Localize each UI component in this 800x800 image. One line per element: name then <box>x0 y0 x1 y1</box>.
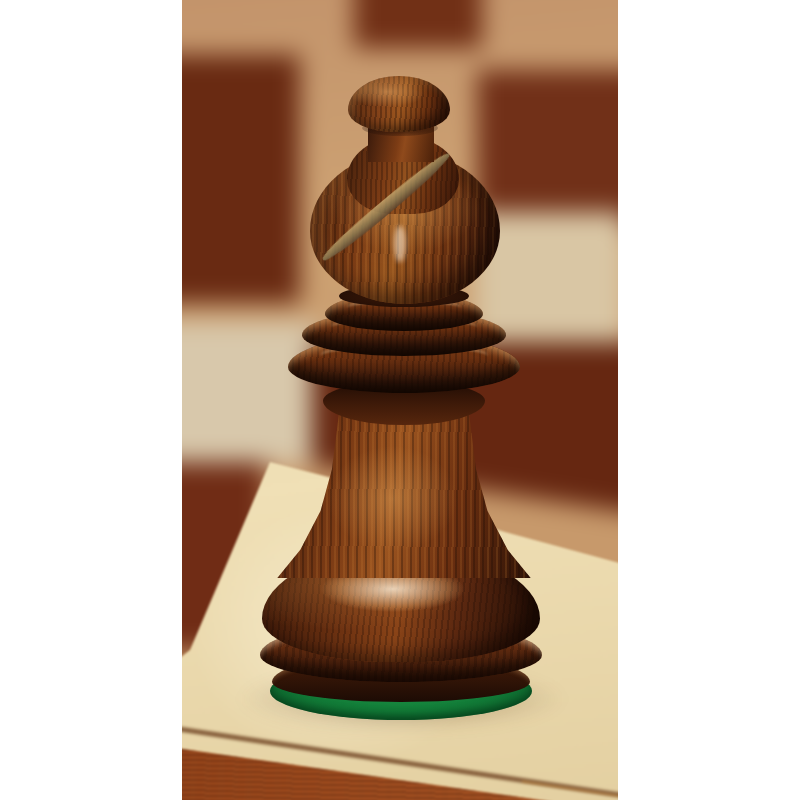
left-white-margin <box>0 0 182 800</box>
bishop-finial-knob <box>348 76 450 132</box>
page-canvas <box>0 0 800 800</box>
chess-piece-photo <box>182 0 618 800</box>
gloss-highlight <box>394 226 406 262</box>
bishop-stem <box>260 402 548 578</box>
black-bishop-piece <box>182 0 618 800</box>
right-white-margin <box>618 0 800 800</box>
